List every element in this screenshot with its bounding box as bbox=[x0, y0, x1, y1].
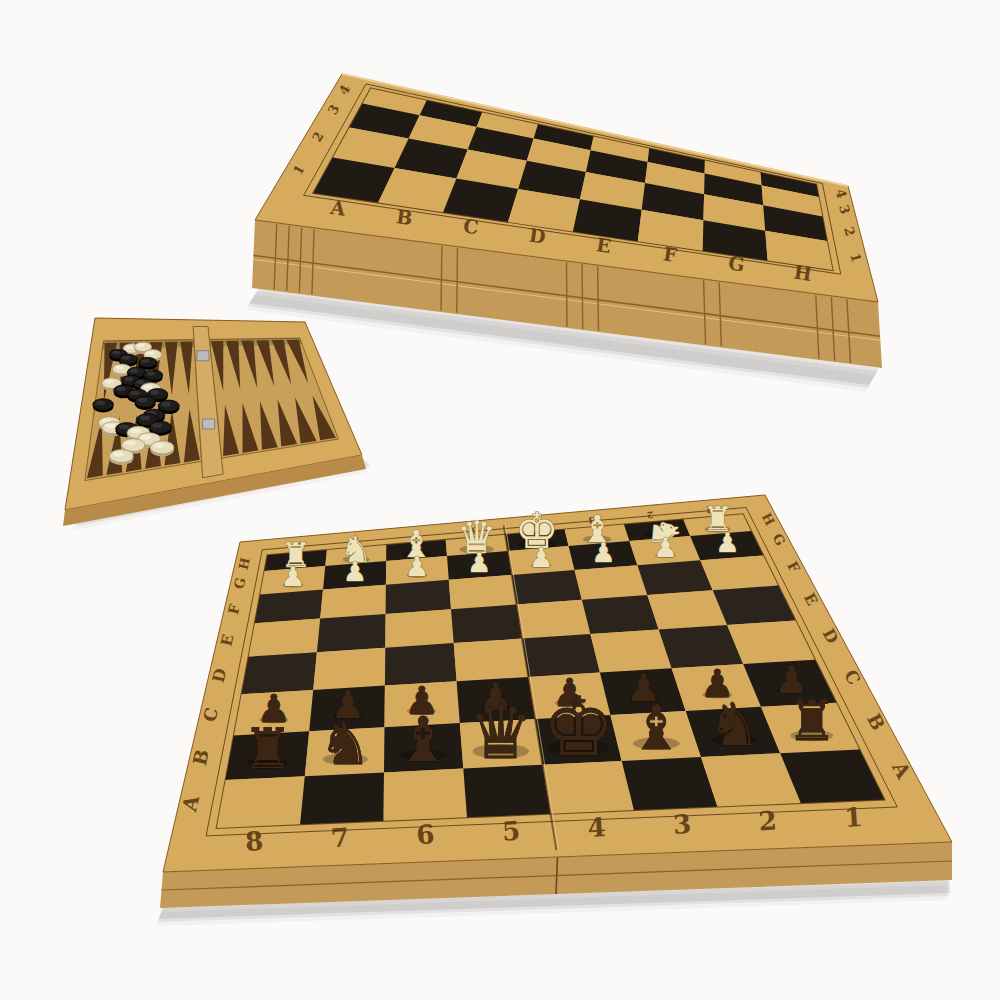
hinge-2 bbox=[203, 419, 215, 429]
checker-highlight-10 bbox=[105, 379, 114, 383]
open-board-rank-label-near-7: 7 bbox=[330, 822, 350, 853]
board-square-A6 bbox=[384, 769, 467, 821]
checker-highlight-15 bbox=[150, 390, 159, 394]
closed-box-file-label-C: C bbox=[462, 215, 480, 239]
closed-box-file-label-H: H bbox=[792, 261, 813, 285]
board-square-E7 bbox=[317, 614, 386, 652]
checker-highlight-5 bbox=[141, 359, 149, 363]
checker-highlight-21 bbox=[140, 416, 150, 421]
closed-box-file-label-A: A bbox=[328, 196, 347, 220]
checker-highlight-9 bbox=[125, 377, 134, 381]
dark-rook-B1: ♜ bbox=[787, 688, 837, 753]
checker-highlight-14 bbox=[130, 391, 139, 395]
checker-highlight-6 bbox=[115, 365, 123, 369]
dark-king-B4: ♚ bbox=[542, 680, 615, 774]
dark-knight-B7: ♞ bbox=[319, 709, 372, 778]
board-square-A7 bbox=[300, 772, 384, 824]
checker-highlight-4 bbox=[122, 356, 130, 360]
closed-box-groove-8 bbox=[598, 266, 599, 330]
closed-box-groove-7 bbox=[582, 264, 583, 328]
board-square-F2 bbox=[637, 560, 712, 595]
white-pawn-G3: ♟ bbox=[591, 537, 615, 568]
board-square-F7 bbox=[320, 585, 386, 619]
backgammon-tray bbox=[63, 318, 366, 526]
checker-highlight-11 bbox=[136, 380, 145, 384]
open-board-rank-label-near-1: 1 bbox=[843, 802, 863, 833]
white-pawn-G6: ♟ bbox=[405, 551, 429, 582]
closed-box-groove-5 bbox=[457, 248, 458, 313]
hinge-1 bbox=[197, 351, 209, 361]
board-square-F6 bbox=[386, 580, 451, 614]
checker-highlight-7 bbox=[130, 369, 139, 373]
board-square-A3 bbox=[622, 757, 718, 810]
board-square-E6 bbox=[385, 609, 453, 648]
checker-highlight-1 bbox=[137, 344, 145, 348]
board-square-F5 bbox=[449, 575, 517, 609]
white-pawn-G4: ♟ bbox=[529, 542, 553, 573]
checker-highlight-29 bbox=[113, 451, 124, 456]
checker-highlight-27 bbox=[125, 441, 135, 446]
closed-chess-box: ABCDEFGH11223344 bbox=[252, 74, 882, 368]
dark-bishop-B3: ♝ bbox=[629, 692, 684, 764]
checker-highlight-16 bbox=[96, 400, 105, 405]
checker-highlight-18 bbox=[161, 402, 171, 407]
board-square-E3 bbox=[582, 595, 659, 634]
open-board-rank-label-near-4: 4 bbox=[587, 812, 607, 843]
board-square-E8 bbox=[249, 619, 321, 657]
checker-highlight-25 bbox=[130, 428, 140, 433]
board-square-E2 bbox=[647, 590, 727, 629]
closed-box-file-label-G: G bbox=[727, 251, 746, 275]
white-pawn-G7: ♟ bbox=[343, 556, 367, 587]
scene-svg: ABCDEFGH11223344AABBCCDDEEFFGGHH88776655… bbox=[0, 0, 1000, 1000]
checker-highlight-8 bbox=[146, 371, 155, 375]
white-pawn-G2: ♟ bbox=[653, 532, 677, 563]
open-board-rank-label-near-8: 8 bbox=[244, 826, 264, 857]
closed-box-file-label-E: E bbox=[595, 233, 612, 257]
board-square-A8 bbox=[217, 776, 305, 828]
checker-highlight-13 bbox=[144, 384, 153, 388]
product-photo-scene: ABCDEFGH11223344AABBCCDDEEFFGGHH88776655… bbox=[0, 0, 1000, 1000]
board-square-F4 bbox=[512, 570, 582, 604]
checker-highlight-28 bbox=[154, 443, 165, 448]
checker-highlight-26 bbox=[141, 435, 151, 440]
white-pawn-G5: ♟ bbox=[467, 547, 491, 578]
board-square-E4 bbox=[517, 600, 591, 639]
white-pawn-G1: ♟ bbox=[715, 527, 739, 558]
closed-box-file-label-D: D bbox=[528, 224, 547, 248]
checker-highlight-23 bbox=[119, 424, 129, 429]
dark-queen-B5: ♛ bbox=[468, 689, 534, 775]
checker-highlight-12 bbox=[117, 387, 126, 391]
checker-highlight-2 bbox=[112, 351, 120, 355]
closed-box-file-label-B: B bbox=[395, 205, 414, 229]
board-square-F3 bbox=[575, 565, 648, 600]
dark-rook-B8: ♜ bbox=[243, 716, 293, 781]
checker-highlight-22 bbox=[105, 423, 115, 428]
board-square-F8 bbox=[255, 590, 323, 624]
board-square-E5 bbox=[451, 604, 522, 643]
checker-highlight-17 bbox=[138, 398, 147, 403]
checker-highlight-0 bbox=[126, 345, 134, 349]
checker-highlight-3 bbox=[147, 351, 155, 355]
open-board-rank-label-near-5: 5 bbox=[501, 816, 521, 847]
white-pawn-G8: ♟ bbox=[281, 561, 305, 592]
closed-box-groove-4 bbox=[441, 246, 442, 311]
open-board-rank-label-near-3: 3 bbox=[672, 809, 692, 840]
checker-highlight-24 bbox=[152, 423, 162, 428]
dark-bishop-B6: ♝ bbox=[395, 704, 450, 776]
dark-knight-B2: ♞ bbox=[708, 690, 761, 759]
open-board-rank-label-near-2: 2 bbox=[758, 805, 778, 836]
open-board-rank-label-near-6: 6 bbox=[415, 819, 435, 850]
